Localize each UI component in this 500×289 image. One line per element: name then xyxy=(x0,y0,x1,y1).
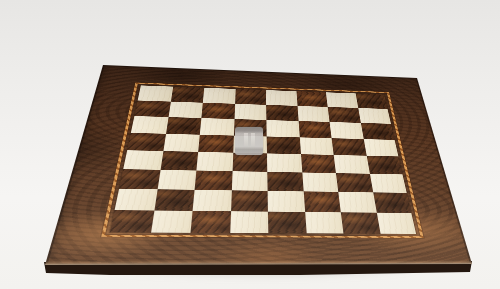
square-h6 xyxy=(360,123,394,140)
square-a8 xyxy=(138,85,173,101)
square-e8 xyxy=(266,90,297,106)
square-h2 xyxy=(373,192,411,212)
square-f2 xyxy=(303,191,341,212)
square-e1 xyxy=(268,211,306,233)
square-b3 xyxy=(157,170,196,190)
checkerboard xyxy=(110,85,416,233)
square-e5 xyxy=(267,136,301,154)
square-f3 xyxy=(302,172,338,192)
square-c2 xyxy=(193,190,232,211)
square-h4 xyxy=(366,156,402,174)
chess-board xyxy=(45,65,472,265)
square-e4 xyxy=(267,153,302,172)
square-c6 xyxy=(200,118,234,135)
square-c5 xyxy=(198,134,233,152)
square-f4 xyxy=(301,154,336,173)
square-c4 xyxy=(196,152,232,171)
square-a4 xyxy=(123,150,163,169)
square-d3 xyxy=(231,171,267,191)
square-g5 xyxy=(332,138,367,156)
square-g3 xyxy=(336,173,373,192)
square-e2 xyxy=(268,191,305,212)
square-d8 xyxy=(235,89,266,105)
photo-stage xyxy=(0,0,500,289)
watermark-pillar-icon xyxy=(244,133,248,146)
square-h7 xyxy=(358,108,391,124)
square-e6 xyxy=(266,120,299,137)
square-b6 xyxy=(166,117,202,134)
square-b1 xyxy=(151,210,193,233)
square-h5 xyxy=(363,139,398,157)
square-g1 xyxy=(341,212,380,234)
square-b7 xyxy=(168,101,203,118)
square-h8 xyxy=(355,93,387,108)
square-f1 xyxy=(305,212,344,234)
square-f8 xyxy=(296,91,328,107)
square-a2 xyxy=(115,189,158,211)
square-e3 xyxy=(267,172,303,192)
watermark-pillar-icon xyxy=(251,133,255,146)
square-g4 xyxy=(334,155,370,174)
square-a1 xyxy=(110,210,154,233)
square-b4 xyxy=(160,151,198,170)
square-h1 xyxy=(376,212,416,233)
square-c7 xyxy=(201,103,234,120)
square-f6 xyxy=(298,121,331,138)
square-f7 xyxy=(297,106,329,122)
square-b8 xyxy=(171,87,205,103)
square-d2 xyxy=(231,190,268,211)
square-g7 xyxy=(328,107,361,123)
square-d7 xyxy=(234,104,266,120)
square-a3 xyxy=(119,169,160,189)
square-b5 xyxy=(163,134,200,152)
square-c1 xyxy=(191,211,231,233)
square-g6 xyxy=(330,122,364,139)
square-g8 xyxy=(326,92,358,107)
square-c3 xyxy=(195,170,233,190)
square-d4 xyxy=(232,153,267,172)
square-c8 xyxy=(203,88,235,104)
square-d1 xyxy=(230,211,269,233)
square-f5 xyxy=(299,137,333,155)
square-e7 xyxy=(266,105,298,121)
square-a7 xyxy=(134,100,170,117)
watermark-logo xyxy=(235,127,263,155)
square-h3 xyxy=(369,174,406,193)
square-a6 xyxy=(131,116,168,134)
square-b2 xyxy=(154,189,195,210)
square-g2 xyxy=(338,192,376,213)
square-a5 xyxy=(127,133,165,151)
